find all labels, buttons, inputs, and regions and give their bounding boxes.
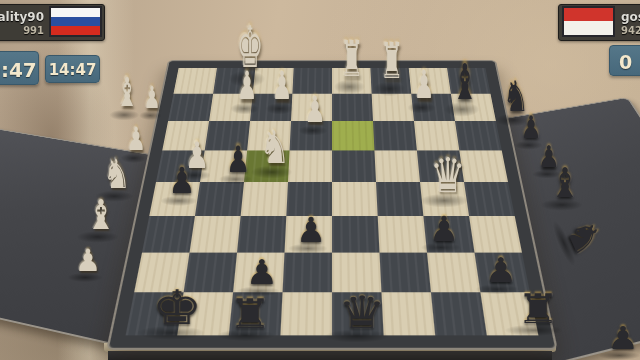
square-d4[interactable]: [332, 150, 376, 182]
player-plate-left: nality90 991: [0, 4, 105, 41]
square-e8[interactable]: [280, 292, 332, 335]
square-e7[interactable]: [283, 253, 332, 293]
square-f1[interactable]: [253, 68, 294, 94]
square-g3[interactable]: [205, 121, 250, 150]
square-d3[interactable]: [332, 121, 374, 150]
player-plate-right: gos 942: [558, 4, 640, 41]
player-rating-right: 942: [621, 25, 640, 36]
board-front-edge: [108, 351, 552, 360]
square-g7[interactable]: [184, 253, 237, 293]
square-e3[interactable]: [290, 121, 332, 150]
square-c1[interactable]: [370, 68, 411, 94]
square-e2[interactable]: [291, 94, 332, 121]
square-a3[interactable]: [455, 121, 502, 150]
square-d1[interactable]: [332, 68, 372, 94]
square-g1[interactable]: [213, 68, 255, 94]
square-a8[interactable]: [480, 292, 538, 335]
square-g6[interactable]: [190, 216, 241, 253]
square-h5[interactable]: [149, 182, 200, 216]
square-h3[interactable]: [162, 121, 209, 150]
square-a4[interactable]: [459, 150, 508, 182]
square-d5[interactable]: [332, 182, 378, 216]
player-rating-left: 991: [23, 25, 44, 36]
square-h1[interactable]: [173, 68, 216, 94]
game-screen: ♚♜♜♟♟♟♝♟♞♟♟♛♟♟♟♟♟♚♜♛♜♟♝♟♞♝♟♞♟♟♝♞♟ nality…: [0, 0, 640, 360]
square-b1[interactable]: [409, 68, 451, 94]
player-name-left: nality90: [0, 10, 44, 24]
square-f7[interactable]: [233, 253, 284, 293]
clock-left-secondary: 14:47: [45, 55, 100, 83]
square-h8[interactable]: [126, 292, 184, 335]
square-d2[interactable]: [332, 94, 373, 121]
player-name-right: gos: [621, 10, 640, 24]
clock-left-primary: 9:47: [0, 51, 39, 85]
square-e4[interactable]: [288, 150, 332, 182]
square-f4[interactable]: [244, 150, 290, 182]
square-b6[interactable]: [423, 216, 474, 253]
square-h7[interactable]: [134, 253, 189, 293]
square-f5[interactable]: [241, 182, 288, 216]
square-a6[interactable]: [469, 216, 522, 253]
square-h6[interactable]: [142, 216, 195, 253]
square-d6[interactable]: [332, 216, 379, 253]
square-c4[interactable]: [374, 150, 420, 182]
board-grid[interactable]: [126, 68, 539, 335]
square-c6[interactable]: [378, 216, 427, 253]
captured-white-bishop: ♝: [116, 72, 138, 112]
square-d7[interactable]: [332, 253, 381, 293]
square-f6[interactable]: [237, 216, 286, 253]
chess-board[interactable]: [106, 60, 558, 350]
square-g2[interactable]: [209, 94, 253, 121]
square-f8[interactable]: [229, 292, 283, 335]
square-g4[interactable]: [200, 150, 247, 182]
square-d8[interactable]: [332, 292, 384, 335]
square-e6[interactable]: [285, 216, 332, 253]
square-b8[interactable]: [431, 292, 487, 335]
indonesia-flag-icon: [562, 6, 615, 37]
square-c3[interactable]: [373, 121, 417, 150]
square-b5[interactable]: [420, 182, 469, 216]
square-c7[interactable]: [379, 253, 430, 293]
russia-flag-icon: [49, 6, 102, 37]
square-g8[interactable]: [177, 292, 233, 335]
square-f2[interactable]: [250, 94, 292, 121]
square-f3[interactable]: [247, 121, 291, 150]
clock-right: 0: [609, 45, 640, 76]
square-b2[interactable]: [411, 94, 455, 121]
square-c8[interactable]: [381, 292, 435, 335]
square-a1[interactable]: [447, 68, 490, 94]
square-h4[interactable]: [156, 150, 205, 182]
square-a5[interactable]: [464, 182, 515, 216]
square-a2[interactable]: [451, 94, 496, 121]
square-a7[interactable]: [474, 253, 529, 293]
square-h2[interactable]: [168, 94, 213, 121]
square-b3[interactable]: [414, 121, 459, 150]
square-b4[interactable]: [417, 150, 464, 182]
square-c2[interactable]: [372, 94, 414, 121]
square-e1[interactable]: [292, 68, 332, 94]
square-e5[interactable]: [286, 182, 332, 216]
square-c5[interactable]: [376, 182, 423, 216]
square-b7[interactable]: [427, 253, 480, 293]
square-g5[interactable]: [195, 182, 244, 216]
